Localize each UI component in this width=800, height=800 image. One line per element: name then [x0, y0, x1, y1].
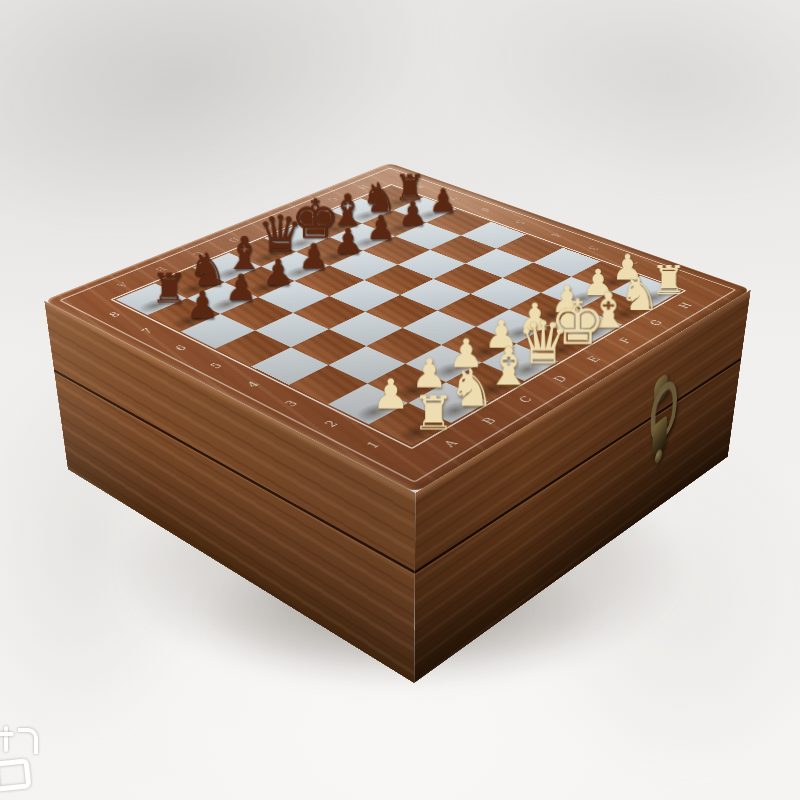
- watermark-stroke: [0, 732, 14, 736]
- chess-box: 87654321 87654321 ABCDEFGH ABCDEFGH ♜♞♝♛…: [44, 163, 751, 493]
- clasp-plate: [654, 372, 668, 406]
- watermark-fragment: [0, 758, 31, 792]
- clasp-latch-icon: [647, 367, 673, 469]
- product-photo-scene: 87654321 87654321 ABCDEFGH ABCDEFGH ♜♞♝♛…: [0, 0, 800, 800]
- clasp-ring: [650, 374, 678, 450]
- stage: 87654321 87654321 ABCDEFGH ABCDEFGH ♜♞♝♛…: [0, 0, 800, 800]
- watermark: 机: [0, 722, 62, 792]
- watermark-stroke: [4, 726, 8, 752]
- clasp-hook: [652, 415, 667, 459]
- watermark-stroke: [18, 728, 38, 754]
- clasp-knob: [655, 447, 662, 466]
